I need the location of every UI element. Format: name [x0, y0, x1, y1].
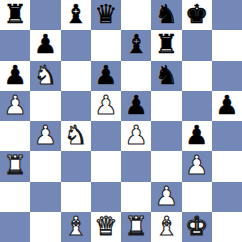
piece-white-pawn[interactable]: ♟: [155, 183, 178, 209]
piece-white-knight[interactable]: ♞: [34, 62, 57, 88]
square-g3[interactable]: ♟: [182, 151, 212, 181]
piece-white-queen[interactable]: ♛: [94, 213, 117, 239]
square-g1[interactable]: ♚: [182, 212, 212, 242]
square-d8[interactable]: ♛: [91, 0, 121, 30]
square-f3[interactable]: [151, 151, 181, 181]
square-g2[interactable]: [182, 182, 212, 212]
piece-black-knight[interactable]: ♞: [155, 62, 178, 88]
piece-white-knight[interactable]: ♞: [64, 122, 87, 148]
square-b7[interactable]: ♟: [30, 30, 60, 60]
square-f1[interactable]: ♝: [151, 212, 181, 242]
piece-black-king[interactable]: ♚: [185, 1, 208, 27]
square-d1[interactable]: ♛: [91, 212, 121, 242]
square-e4[interactable]: ♟: [121, 121, 151, 151]
piece-black-pawn[interactable]: ♟: [215, 92, 238, 118]
piece-white-pawn[interactable]: ♟: [185, 152, 208, 178]
square-e1[interactable]: ♜: [121, 212, 151, 242]
square-b6[interactable]: ♞: [30, 61, 60, 91]
piece-black-pawn[interactable]: ♟: [94, 62, 117, 88]
square-e3[interactable]: [121, 151, 151, 181]
square-a2[interactable]: [0, 182, 30, 212]
square-g6[interactable]: [182, 61, 212, 91]
piece-white-pawn[interactable]: ♟: [124, 122, 147, 148]
square-e6[interactable]: [121, 61, 151, 91]
square-b1[interactable]: [30, 212, 60, 242]
piece-white-pawn[interactable]: ♟: [34, 122, 57, 148]
square-c6[interactable]: [61, 61, 91, 91]
square-e7[interactable]: ♝: [121, 30, 151, 60]
square-a8[interactable]: ♜: [0, 0, 30, 30]
piece-black-pawn[interactable]: ♟: [124, 92, 147, 118]
piece-black-knight[interactable]: ♞: [155, 1, 178, 27]
square-g8[interactable]: ♚: [182, 0, 212, 30]
square-a6[interactable]: ♟: [0, 61, 30, 91]
piece-black-pawn[interactable]: ♟: [185, 122, 208, 148]
piece-white-pawn[interactable]: ♟: [94, 92, 117, 118]
piece-black-bishop[interactable]: ♝: [64, 1, 87, 27]
square-h2[interactable]: [212, 182, 242, 212]
square-h5[interactable]: ♟: [212, 91, 242, 121]
square-b3[interactable]: [30, 151, 60, 181]
square-b8[interactable]: [30, 0, 60, 30]
square-f6[interactable]: ♞: [151, 61, 181, 91]
piece-white-rook[interactable]: ♜: [3, 152, 26, 178]
piece-black-rook[interactable]: ♜: [3, 1, 26, 27]
piece-white-rook[interactable]: ♜: [124, 213, 147, 239]
square-f4[interactable]: [151, 121, 181, 151]
square-f2[interactable]: ♟: [151, 182, 181, 212]
square-c7[interactable]: [61, 30, 91, 60]
square-b4[interactable]: ♟: [30, 121, 60, 151]
square-g7[interactable]: [182, 30, 212, 60]
square-f8[interactable]: ♞: [151, 0, 181, 30]
square-d4[interactable]: [91, 121, 121, 151]
square-e8[interactable]: [121, 0, 151, 30]
square-f5[interactable]: [151, 91, 181, 121]
piece-black-pawn[interactable]: ♟: [34, 31, 57, 57]
square-d7[interactable]: [91, 30, 121, 60]
square-d3[interactable]: [91, 151, 121, 181]
piece-black-rook[interactable]: ♜: [155, 31, 178, 57]
square-c1[interactable]: ♝: [61, 212, 91, 242]
square-a4[interactable]: [0, 121, 30, 151]
square-a5[interactable]: ♟: [0, 91, 30, 121]
square-h8[interactable]: [212, 0, 242, 30]
square-h1[interactable]: [212, 212, 242, 242]
square-d2[interactable]: [91, 182, 121, 212]
piece-black-queen[interactable]: ♛: [94, 1, 117, 27]
square-b5[interactable]: [30, 91, 60, 121]
square-h7[interactable]: [212, 30, 242, 60]
square-f7[interactable]: ♜: [151, 30, 181, 60]
square-c8[interactable]: ♝: [61, 0, 91, 30]
square-a3[interactable]: ♜: [0, 151, 30, 181]
square-e5[interactable]: ♟: [121, 91, 151, 121]
square-c4[interactable]: ♞: [61, 121, 91, 151]
square-d6[interactable]: ♟: [91, 61, 121, 91]
piece-black-pawn[interactable]: ♟: [3, 62, 26, 88]
piece-white-bishop[interactable]: ♝: [64, 213, 87, 239]
square-a1[interactable]: [0, 212, 30, 242]
square-a7[interactable]: [0, 30, 30, 60]
square-d5[interactable]: ♟: [91, 91, 121, 121]
square-c3[interactable]: [61, 151, 91, 181]
square-g4[interactable]: ♟: [182, 121, 212, 151]
square-h3[interactable]: [212, 151, 242, 181]
chess-board: ♜♝♛♞♚♟♝♜♟♞♟♞♟♟♟♟♟♞♟♟♜♟♟♝♛♜♝♚: [0, 0, 242, 242]
square-g5[interactable]: [182, 91, 212, 121]
square-c2[interactable]: [61, 182, 91, 212]
square-h4[interactable]: [212, 121, 242, 151]
piece-white-bishop[interactable]: ♝: [155, 213, 178, 239]
piece-white-king[interactable]: ♚: [185, 213, 208, 239]
square-e2[interactable]: [121, 182, 151, 212]
square-c5[interactable]: [61, 91, 91, 121]
square-h6[interactable]: [212, 61, 242, 91]
piece-black-bishop[interactable]: ♝: [124, 31, 147, 57]
piece-white-pawn[interactable]: ♟: [3, 92, 26, 118]
square-b2[interactable]: [30, 182, 60, 212]
